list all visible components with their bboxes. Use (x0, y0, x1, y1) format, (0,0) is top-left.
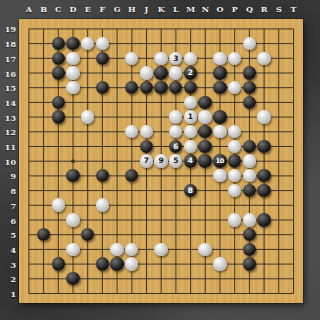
point-R16[interactable] (257, 66, 272, 81)
point-E17[interactable] (80, 51, 95, 66)
point-J3[interactable] (139, 257, 154, 272)
point-F9[interactable] (95, 168, 110, 183)
point-C6[interactable] (51, 212, 66, 227)
point-M8[interactable]: 8 (183, 183, 198, 198)
point-T14[interactable] (286, 95, 301, 110)
point-A1[interactable] (22, 286, 37, 301)
point-B5[interactable] (36, 227, 51, 242)
point-S17[interactable] (271, 51, 286, 66)
point-H10[interactable] (124, 154, 139, 169)
point-R7[interactable] (257, 198, 272, 213)
point-A9[interactable] (22, 168, 37, 183)
point-N11[interactable] (198, 139, 213, 154)
point-P12[interactable] (227, 124, 242, 139)
point-P17[interactable] (227, 51, 242, 66)
point-Q6[interactable] (242, 212, 257, 227)
point-S8[interactable] (271, 183, 286, 198)
point-Q17[interactable] (242, 51, 257, 66)
point-F8[interactable] (95, 183, 110, 198)
point-N10[interactable] (198, 154, 213, 169)
point-P11[interactable] (227, 139, 242, 154)
point-S1[interactable] (271, 286, 286, 301)
point-O3[interactable] (212, 257, 227, 272)
point-Q1[interactable] (242, 286, 257, 301)
point-L18[interactable] (168, 36, 183, 51)
point-K10[interactable]: 9 (154, 154, 169, 169)
point-K9[interactable] (154, 168, 169, 183)
point-B14[interactable] (36, 95, 51, 110)
point-A17[interactable] (22, 51, 37, 66)
point-P7[interactable] (227, 198, 242, 213)
point-R17[interactable] (257, 51, 272, 66)
point-O17[interactable] (212, 51, 227, 66)
point-H15[interactable] (124, 80, 139, 95)
point-L9[interactable] (168, 168, 183, 183)
point-O8[interactable] (212, 183, 227, 198)
point-B8[interactable] (36, 183, 51, 198)
point-Q4[interactable] (242, 242, 257, 257)
point-R6[interactable] (257, 212, 272, 227)
point-N7[interactable] (198, 198, 213, 213)
point-P9[interactable] (227, 168, 242, 183)
point-A18[interactable] (22, 36, 37, 51)
point-E15[interactable] (80, 80, 95, 95)
point-N4[interactable] (198, 242, 213, 257)
point-L5[interactable] (168, 227, 183, 242)
point-E12[interactable] (80, 124, 95, 139)
point-D10[interactable] (66, 154, 81, 169)
point-O2[interactable] (212, 271, 227, 286)
point-D6[interactable] (66, 212, 81, 227)
point-C4[interactable] (51, 242, 66, 257)
point-A10[interactable] (22, 154, 37, 169)
point-S12[interactable] (271, 124, 286, 139)
point-R9[interactable] (257, 168, 272, 183)
point-M12[interactable] (183, 124, 198, 139)
point-N1[interactable] (198, 286, 213, 301)
point-E5[interactable] (80, 227, 95, 242)
point-R10[interactable] (257, 154, 272, 169)
point-L16[interactable] (168, 66, 183, 81)
point-C9[interactable] (51, 168, 66, 183)
point-A8[interactable] (22, 183, 37, 198)
point-B2[interactable] (36, 271, 51, 286)
point-D17[interactable] (66, 51, 81, 66)
point-H14[interactable] (124, 95, 139, 110)
point-L14[interactable] (168, 95, 183, 110)
point-N5[interactable] (198, 227, 213, 242)
point-S9[interactable] (271, 168, 286, 183)
point-Q8[interactable] (242, 183, 257, 198)
point-Q9[interactable] (242, 168, 257, 183)
point-H7[interactable] (124, 198, 139, 213)
point-C13[interactable] (51, 110, 66, 125)
point-O12[interactable] (212, 124, 227, 139)
point-H3[interactable] (124, 257, 139, 272)
point-E16[interactable] (80, 66, 95, 81)
point-C7[interactable] (51, 198, 66, 213)
point-K16[interactable] (154, 66, 169, 81)
point-K4[interactable] (154, 242, 169, 257)
point-E1[interactable] (80, 286, 95, 301)
point-G10[interactable] (110, 154, 125, 169)
point-J2[interactable] (139, 271, 154, 286)
point-A3[interactable] (22, 257, 37, 272)
point-P16[interactable] (227, 66, 242, 81)
point-F13[interactable] (95, 110, 110, 125)
point-P18[interactable] (227, 36, 242, 51)
point-H2[interactable] (124, 271, 139, 286)
point-J13[interactable] (139, 110, 154, 125)
point-J12[interactable] (139, 124, 154, 139)
point-C8[interactable] (51, 183, 66, 198)
point-L7[interactable] (168, 198, 183, 213)
point-J8[interactable] (139, 183, 154, 198)
point-F17[interactable] (95, 51, 110, 66)
point-K5[interactable] (154, 227, 169, 242)
point-F16[interactable] (95, 66, 110, 81)
point-D8[interactable] (66, 183, 81, 198)
point-O5[interactable] (212, 227, 227, 242)
point-O1[interactable] (212, 286, 227, 301)
point-N14[interactable] (198, 95, 213, 110)
point-D16[interactable] (66, 66, 81, 81)
point-D3[interactable] (66, 257, 81, 272)
point-K15[interactable] (154, 80, 169, 95)
point-T16[interactable] (286, 66, 301, 81)
point-E4[interactable] (80, 242, 95, 257)
point-R11[interactable] (257, 139, 272, 154)
point-P14[interactable] (227, 95, 242, 110)
go-board[interactable]: 32167954108 (19, 19, 303, 303)
point-P5[interactable] (227, 227, 242, 242)
point-A11[interactable] (22, 139, 37, 154)
point-M7[interactable] (183, 198, 198, 213)
point-P2[interactable] (227, 271, 242, 286)
point-B13[interactable] (36, 110, 51, 125)
point-J11[interactable] (139, 139, 154, 154)
point-H18[interactable] (124, 36, 139, 51)
point-G15[interactable] (110, 80, 125, 95)
point-B16[interactable] (36, 66, 51, 81)
point-D18[interactable] (66, 36, 81, 51)
point-H11[interactable] (124, 139, 139, 154)
point-O9[interactable] (212, 168, 227, 183)
point-G4[interactable] (110, 242, 125, 257)
point-D14[interactable] (66, 95, 81, 110)
point-O6[interactable] (212, 212, 227, 227)
point-T5[interactable] (286, 227, 301, 242)
point-N19[interactable] (198, 22, 213, 37)
point-T18[interactable] (286, 36, 301, 51)
point-L19[interactable] (168, 22, 183, 37)
point-M18[interactable] (183, 36, 198, 51)
point-B17[interactable] (36, 51, 51, 66)
point-N13[interactable] (198, 110, 213, 125)
point-H12[interactable] (124, 124, 139, 139)
point-L8[interactable] (168, 183, 183, 198)
point-F5[interactable] (95, 227, 110, 242)
point-N2[interactable] (198, 271, 213, 286)
point-J16[interactable] (139, 66, 154, 81)
point-G5[interactable] (110, 227, 125, 242)
point-G8[interactable] (110, 183, 125, 198)
point-C19[interactable] (51, 22, 66, 37)
point-M3[interactable] (183, 257, 198, 272)
point-L12[interactable] (168, 124, 183, 139)
point-E8[interactable] (80, 183, 95, 198)
point-O19[interactable] (212, 22, 227, 37)
point-K2[interactable] (154, 271, 169, 286)
point-L17[interactable]: 3 (168, 51, 183, 66)
point-N18[interactable] (198, 36, 213, 51)
point-T2[interactable] (286, 271, 301, 286)
point-D9[interactable] (66, 168, 81, 183)
point-P15[interactable] (227, 80, 242, 95)
point-R18[interactable] (257, 36, 272, 51)
point-R12[interactable] (257, 124, 272, 139)
point-E10[interactable] (80, 154, 95, 169)
point-Q11[interactable] (242, 139, 257, 154)
point-S6[interactable] (271, 212, 286, 227)
point-B12[interactable] (36, 124, 51, 139)
point-M4[interactable] (183, 242, 198, 257)
point-P10[interactable] (227, 154, 242, 169)
point-O16[interactable] (212, 66, 227, 81)
point-Q14[interactable] (242, 95, 257, 110)
point-C12[interactable] (51, 124, 66, 139)
point-L1[interactable] (168, 286, 183, 301)
point-B18[interactable] (36, 36, 51, 51)
point-J6[interactable] (139, 212, 154, 227)
point-Q13[interactable] (242, 110, 257, 125)
point-S4[interactable] (271, 242, 286, 257)
point-O13[interactable] (212, 110, 227, 125)
point-C1[interactable] (51, 286, 66, 301)
point-M14[interactable] (183, 95, 198, 110)
point-G12[interactable] (110, 124, 125, 139)
point-F11[interactable] (95, 139, 110, 154)
point-T1[interactable] (286, 286, 301, 301)
point-T3[interactable] (286, 257, 301, 272)
point-Q7[interactable] (242, 198, 257, 213)
point-N17[interactable] (198, 51, 213, 66)
point-A15[interactable] (22, 80, 37, 95)
point-Q10[interactable] (242, 154, 257, 169)
point-E9[interactable] (80, 168, 95, 183)
point-F15[interactable] (95, 80, 110, 95)
point-B4[interactable] (36, 242, 51, 257)
point-P1[interactable] (227, 286, 242, 301)
point-B19[interactable] (36, 22, 51, 37)
point-B7[interactable] (36, 198, 51, 213)
point-N6[interactable] (198, 212, 213, 227)
point-S16[interactable] (271, 66, 286, 81)
point-R14[interactable] (257, 95, 272, 110)
point-G11[interactable] (110, 139, 125, 154)
point-G16[interactable] (110, 66, 125, 81)
point-E7[interactable] (80, 198, 95, 213)
point-P3[interactable] (227, 257, 242, 272)
point-S3[interactable] (271, 257, 286, 272)
point-A6[interactable] (22, 212, 37, 227)
point-G19[interactable] (110, 22, 125, 37)
point-M16[interactable]: 2 (183, 66, 198, 81)
point-N3[interactable] (198, 257, 213, 272)
point-F1[interactable] (95, 286, 110, 301)
point-L10[interactable]: 5 (168, 154, 183, 169)
point-C15[interactable] (51, 80, 66, 95)
point-N16[interactable] (198, 66, 213, 81)
point-T4[interactable] (286, 242, 301, 257)
point-A19[interactable] (22, 22, 37, 37)
point-J17[interactable] (139, 51, 154, 66)
point-L4[interactable] (168, 242, 183, 257)
point-H4[interactable] (124, 242, 139, 257)
point-D5[interactable] (66, 227, 81, 242)
point-Q12[interactable] (242, 124, 257, 139)
point-O11[interactable] (212, 139, 227, 154)
point-D11[interactable] (66, 139, 81, 154)
point-M1[interactable] (183, 286, 198, 301)
point-A7[interactable] (22, 198, 37, 213)
point-J7[interactable] (139, 198, 154, 213)
point-P13[interactable] (227, 110, 242, 125)
point-H13[interactable] (124, 110, 139, 125)
point-B11[interactable] (36, 139, 51, 154)
point-N15[interactable] (198, 80, 213, 95)
point-O4[interactable] (212, 242, 227, 257)
point-J5[interactable] (139, 227, 154, 242)
point-D15[interactable] (66, 80, 81, 95)
point-M13[interactable]: 1 (183, 110, 198, 125)
point-G14[interactable] (110, 95, 125, 110)
point-T7[interactable] (286, 198, 301, 213)
point-R19[interactable] (257, 22, 272, 37)
point-F4[interactable] (95, 242, 110, 257)
point-S10[interactable] (271, 154, 286, 169)
point-E3[interactable] (80, 257, 95, 272)
point-S19[interactable] (271, 22, 286, 37)
point-R2[interactable] (257, 271, 272, 286)
point-S5[interactable] (271, 227, 286, 242)
point-D12[interactable] (66, 124, 81, 139)
point-Q3[interactable] (242, 257, 257, 272)
point-R4[interactable] (257, 242, 272, 257)
point-P6[interactable] (227, 212, 242, 227)
point-G18[interactable] (110, 36, 125, 51)
point-L2[interactable] (168, 271, 183, 286)
point-E14[interactable] (80, 95, 95, 110)
point-H9[interactable] (124, 168, 139, 183)
point-T6[interactable] (286, 212, 301, 227)
point-E18[interactable] (80, 36, 95, 51)
point-D19[interactable] (66, 22, 81, 37)
point-F19[interactable] (95, 22, 110, 37)
point-G7[interactable] (110, 198, 125, 213)
point-K19[interactable] (154, 22, 169, 37)
point-B15[interactable] (36, 80, 51, 95)
point-F2[interactable] (95, 271, 110, 286)
point-B6[interactable] (36, 212, 51, 227)
point-M5[interactable] (183, 227, 198, 242)
point-F10[interactable] (95, 154, 110, 169)
point-K13[interactable] (154, 110, 169, 125)
point-M11[interactable] (183, 139, 198, 154)
point-J4[interactable] (139, 242, 154, 257)
point-E2[interactable] (80, 271, 95, 286)
point-O14[interactable] (212, 95, 227, 110)
point-S7[interactable] (271, 198, 286, 213)
point-Q18[interactable] (242, 36, 257, 51)
point-H16[interactable] (124, 66, 139, 81)
point-Q2[interactable] (242, 271, 257, 286)
point-F18[interactable] (95, 36, 110, 51)
point-E13[interactable] (80, 110, 95, 125)
point-D2[interactable] (66, 271, 81, 286)
point-F6[interactable] (95, 212, 110, 227)
point-O15[interactable] (212, 80, 227, 95)
point-D4[interactable] (66, 242, 81, 257)
point-H1[interactable] (124, 286, 139, 301)
point-N12[interactable] (198, 124, 213, 139)
point-A14[interactable] (22, 95, 37, 110)
point-H19[interactable] (124, 22, 139, 37)
point-K18[interactable] (154, 36, 169, 51)
point-B1[interactable] (36, 286, 51, 301)
point-H5[interactable] (124, 227, 139, 242)
point-T19[interactable] (286, 22, 301, 37)
point-Q5[interactable] (242, 227, 257, 242)
point-E6[interactable] (80, 212, 95, 227)
point-K17[interactable] (154, 51, 169, 66)
point-J15[interactable] (139, 80, 154, 95)
point-A16[interactable] (22, 66, 37, 81)
point-L3[interactable] (168, 257, 183, 272)
point-B9[interactable] (36, 168, 51, 183)
point-H6[interactable] (124, 212, 139, 227)
point-C14[interactable] (51, 95, 66, 110)
point-S15[interactable] (271, 80, 286, 95)
point-R8[interactable] (257, 183, 272, 198)
point-M10[interactable]: 4 (183, 154, 198, 169)
point-E11[interactable] (80, 139, 95, 154)
point-Q15[interactable] (242, 80, 257, 95)
point-O7[interactable] (212, 198, 227, 213)
point-K8[interactable] (154, 183, 169, 198)
point-T12[interactable] (286, 124, 301, 139)
point-A13[interactable] (22, 110, 37, 125)
point-P4[interactable] (227, 242, 242, 257)
point-P19[interactable] (227, 22, 242, 37)
point-T11[interactable] (286, 139, 301, 154)
point-Q19[interactable] (242, 22, 257, 37)
point-R3[interactable] (257, 257, 272, 272)
point-R5[interactable] (257, 227, 272, 242)
point-C5[interactable] (51, 227, 66, 242)
point-C2[interactable] (51, 271, 66, 286)
point-P8[interactable] (227, 183, 242, 198)
point-K3[interactable] (154, 257, 169, 272)
point-K11[interactable] (154, 139, 169, 154)
point-M19[interactable] (183, 22, 198, 37)
point-S2[interactable] (271, 271, 286, 286)
point-T10[interactable] (286, 154, 301, 169)
point-C10[interactable] (51, 154, 66, 169)
point-A2[interactable] (22, 271, 37, 286)
point-T8[interactable] (286, 183, 301, 198)
point-A4[interactable] (22, 242, 37, 257)
